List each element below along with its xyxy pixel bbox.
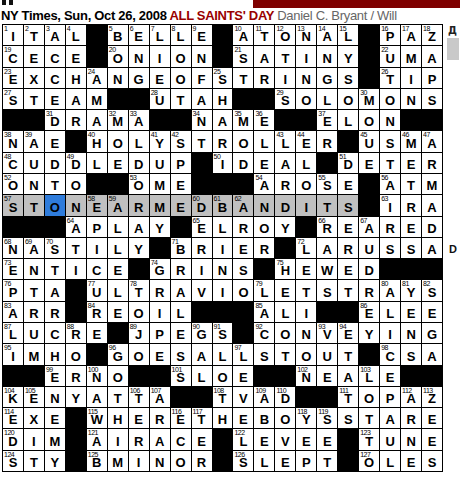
cell-r13c7[interactable]: 78T bbox=[129, 280, 149, 300]
cell-r15c18[interactable]: Y bbox=[359, 323, 379, 343]
cell-r8c13[interactable]: 54A bbox=[254, 174, 274, 194]
cell-r14c15[interactable]: I bbox=[296, 302, 316, 322]
cell-r16c19[interactable]: 98C bbox=[380, 344, 400, 364]
cell-r14c14[interactable]: L bbox=[275, 302, 295, 322]
cell-r1c17[interactable]: 15L bbox=[338, 25, 358, 45]
cell-r10c21[interactable]: D bbox=[422, 217, 442, 237]
cell-r16c9[interactable]: S bbox=[171, 344, 191, 364]
cell-r14c9[interactable]: L bbox=[171, 302, 191, 322]
cell-r5c18[interactable]: O bbox=[359, 110, 379, 130]
cell-r11c5[interactable]: I bbox=[87, 238, 107, 258]
cell-r10c6[interactable]: L bbox=[108, 217, 128, 237]
cell-r5c3[interactable]: 31D bbox=[45, 110, 65, 130]
cell-r17c6[interactable]: O bbox=[108, 366, 128, 386]
cell-r1c13[interactable]: 11T bbox=[254, 25, 274, 45]
cell-r15c20[interactable]: N bbox=[401, 323, 421, 343]
cell-r21c6[interactable]: M bbox=[108, 451, 128, 471]
cell-r14c21[interactable]: E bbox=[422, 302, 442, 322]
cell-r10c14[interactable]: Y bbox=[275, 217, 295, 237]
cell-r13c9[interactable]: A bbox=[171, 280, 191, 300]
cell-r6c1[interactable]: 38N bbox=[3, 131, 23, 151]
cell-r3c9[interactable]: O bbox=[171, 68, 191, 88]
cell-r14c7[interactable]: O bbox=[129, 302, 149, 322]
cell-r21c10[interactable]: R bbox=[192, 451, 212, 471]
cell-r4c2[interactable]: T bbox=[24, 89, 44, 109]
cell-r13c6[interactable]: L bbox=[108, 280, 128, 300]
cell-r11c11[interactable]: I bbox=[213, 238, 233, 258]
cell-r14c6[interactable]: E bbox=[108, 302, 128, 322]
cell-r20c9[interactable]: C bbox=[171, 429, 191, 449]
cell-r6c7[interactable]: L bbox=[129, 131, 149, 151]
cell-r4c16[interactable]: L bbox=[317, 89, 337, 109]
cell-r16c13[interactable]: S bbox=[254, 344, 274, 364]
cell-r3c7[interactable]: G bbox=[129, 68, 149, 88]
cell-r15c8[interactable]: P bbox=[150, 323, 170, 343]
cell-r14c18[interactable]: 86E bbox=[359, 302, 379, 322]
cell-r16c14[interactable]: T bbox=[275, 344, 295, 364]
cell-r2c10[interactable]: N bbox=[192, 46, 212, 66]
cell-r12c4[interactable]: I bbox=[66, 259, 86, 279]
cell-r14c3[interactable]: R bbox=[45, 302, 65, 322]
cell-r3c13[interactable]: R bbox=[254, 68, 274, 88]
cell-r17c10[interactable]: L bbox=[192, 366, 212, 386]
cell-r14c19[interactable]: L bbox=[380, 302, 400, 322]
cell-r15c19[interactable]: I bbox=[380, 323, 400, 343]
cell-r18c2[interactable]: 105E bbox=[24, 387, 44, 407]
cell-r14c20[interactable]: E bbox=[401, 302, 421, 322]
cell-r20c12[interactable]: 122L bbox=[233, 429, 253, 449]
cell-r5c11[interactable]: A bbox=[213, 110, 233, 130]
cell-r9c10[interactable]: 60D bbox=[192, 195, 212, 215]
cell-r8c1[interactable]: 52O bbox=[3, 174, 23, 194]
cell-r12c17[interactable]: E bbox=[338, 259, 358, 279]
cell-r2c13[interactable]: A bbox=[254, 46, 274, 66]
cell-r7c7[interactable]: D bbox=[129, 153, 149, 173]
cell-r13c5[interactable]: 77U bbox=[87, 280, 107, 300]
cell-r7c3[interactable]: D bbox=[45, 153, 65, 173]
cell-r9c8[interactable]: M bbox=[150, 195, 170, 215]
cell-r4c15[interactable]: O bbox=[296, 89, 316, 109]
cell-r20c13[interactable]: E bbox=[254, 429, 274, 449]
cell-r12c16[interactable]: W bbox=[317, 259, 337, 279]
cell-r11c4[interactable]: T bbox=[66, 238, 86, 258]
cell-r1c1[interactable]: 1I bbox=[3, 25, 23, 45]
cell-r17c3[interactable]: 99E bbox=[45, 366, 65, 386]
cell-r12c14[interactable]: 75H bbox=[275, 259, 295, 279]
cell-r21c8[interactable]: N bbox=[150, 451, 170, 471]
cell-r4c20[interactable]: N bbox=[401, 89, 421, 109]
cell-r15c9[interactable]: E bbox=[171, 323, 191, 343]
cell-r19c6[interactable]: H bbox=[108, 408, 128, 428]
cell-r21c2[interactable]: T bbox=[24, 451, 44, 471]
cell-r2c9[interactable]: O bbox=[171, 46, 191, 66]
cell-r6c5[interactable]: 40H bbox=[87, 131, 107, 151]
cell-r4c17[interactable]: O bbox=[338, 89, 358, 109]
cell-r2c7[interactable]: N bbox=[129, 46, 149, 66]
cell-r20c1[interactable]: 120D bbox=[3, 429, 23, 449]
cell-r1c6[interactable]: 5B bbox=[108, 25, 128, 45]
cell-r12c8[interactable]: 74G bbox=[150, 259, 170, 279]
cell-r21c1[interactable]: 124S bbox=[3, 451, 23, 471]
cell-r10c5[interactable]: P bbox=[87, 217, 107, 237]
cell-r7c12[interactable]: D bbox=[233, 153, 253, 173]
cell-r6c19[interactable]: S bbox=[380, 131, 400, 151]
cell-r6c14[interactable]: 43L bbox=[275, 131, 295, 151]
cell-r10c20[interactable]: E bbox=[401, 217, 421, 237]
cell-r1c10[interactable]: 9E bbox=[192, 25, 212, 45]
cell-r19c19[interactable]: A bbox=[380, 408, 400, 428]
cell-r2c19[interactable]: 22U bbox=[380, 46, 400, 66]
cell-r21c19[interactable]: L bbox=[380, 451, 400, 471]
cell-r3c12[interactable]: T bbox=[233, 68, 253, 88]
cell-r10c11[interactable]: L bbox=[213, 217, 233, 237]
cell-r1c15[interactable]: 13N bbox=[296, 25, 316, 45]
cell-r12c9[interactable]: R bbox=[171, 259, 191, 279]
cell-r16c10[interactable]: A bbox=[192, 344, 212, 364]
cell-r4c14[interactable]: 29S bbox=[275, 89, 295, 109]
cell-r21c18[interactable]: 127O bbox=[359, 451, 379, 471]
cell-r20c16[interactable]: E bbox=[317, 429, 337, 449]
cell-r1c8[interactable]: 7L bbox=[150, 25, 170, 45]
cell-r3c20[interactable]: I bbox=[401, 68, 421, 88]
cell-r20c20[interactable]: N bbox=[401, 429, 421, 449]
cell-r9c9[interactable]: E bbox=[171, 195, 191, 215]
cell-r20c3[interactable]: M bbox=[45, 429, 65, 449]
cell-r13c21[interactable]: 82S bbox=[422, 280, 442, 300]
cell-r12c2[interactable]: N bbox=[24, 259, 44, 279]
cell-r19c11[interactable]: H bbox=[213, 408, 233, 428]
cell-r7c4[interactable]: 49D bbox=[66, 153, 86, 173]
cell-r8c17[interactable]: E bbox=[338, 174, 358, 194]
cell-r17c12[interactable]: E bbox=[233, 366, 253, 386]
cell-r18c18[interactable]: O bbox=[359, 387, 379, 407]
cell-r20c6[interactable]: I bbox=[108, 429, 128, 449]
cell-r2c15[interactable]: I bbox=[296, 46, 316, 66]
cell-r21c20[interactable]: E bbox=[401, 451, 421, 471]
cell-r19c16[interactable]: 119S bbox=[317, 408, 337, 428]
cell-r18c5[interactable]: A bbox=[87, 387, 107, 407]
cell-r15c16[interactable]: 93V bbox=[317, 323, 337, 343]
cell-r19c7[interactable]: E bbox=[129, 408, 149, 428]
cell-r4c5[interactable]: M bbox=[87, 89, 107, 109]
cell-r2c20[interactable]: M bbox=[401, 46, 421, 66]
cell-r1c21[interactable]: 18Z bbox=[422, 25, 442, 45]
cell-r19c10[interactable]: 117T bbox=[192, 408, 212, 428]
cell-r2c16[interactable]: N bbox=[317, 46, 337, 66]
cell-r15c7[interactable]: 89J bbox=[129, 323, 149, 343]
cell-r13c3[interactable]: A bbox=[45, 280, 65, 300]
cell-r3c19[interactable]: 26T bbox=[380, 68, 400, 88]
cell-r10c4[interactable]: 64A bbox=[66, 217, 86, 237]
cell-r8c14[interactable]: R bbox=[275, 174, 295, 194]
cell-r3c6[interactable]: N bbox=[108, 68, 128, 88]
cell-r20c19[interactable]: U bbox=[380, 429, 400, 449]
cell-r20c14[interactable]: V bbox=[275, 429, 295, 449]
cell-r6c20[interactable]: 46M bbox=[401, 131, 421, 151]
cell-r6c2[interactable]: 39A bbox=[24, 131, 44, 151]
cell-r19c13[interactable]: B bbox=[254, 408, 274, 428]
cell-r3c21[interactable]: P bbox=[422, 68, 442, 88]
cell-r17c19[interactable]: E bbox=[380, 366, 400, 386]
cell-r7c14[interactable]: A bbox=[275, 153, 295, 173]
cell-r2c14[interactable]: T bbox=[275, 46, 295, 66]
cell-r14c5[interactable]: 84R bbox=[87, 302, 107, 322]
cell-r16c8[interactable]: E bbox=[150, 344, 170, 364]
cell-r1c3[interactable]: 3A bbox=[45, 25, 65, 45]
cell-r18c21[interactable]: 113Z bbox=[422, 387, 442, 407]
cell-r21c5[interactable]: 125B bbox=[87, 451, 107, 471]
cell-r1c4[interactable]: 4L bbox=[66, 25, 86, 45]
cell-r7c21[interactable]: R bbox=[422, 153, 442, 173]
cell-r19c8[interactable]: R bbox=[150, 408, 170, 428]
cell-r16c20[interactable]: S bbox=[401, 344, 421, 364]
cell-r3c14[interactable]: I bbox=[275, 68, 295, 88]
cell-r17c16[interactable]: E bbox=[317, 366, 337, 386]
cell-r10c8[interactable]: Y bbox=[150, 217, 170, 237]
cell-r5c5[interactable]: A bbox=[87, 110, 107, 130]
cell-r7c15[interactable]: L bbox=[296, 153, 316, 173]
cell-r8c8[interactable]: M bbox=[150, 174, 170, 194]
cell-r9c1[interactable]: 57S bbox=[3, 195, 23, 215]
cell-r13c11[interactable]: I bbox=[213, 280, 233, 300]
cell-r14c8[interactable]: I bbox=[150, 302, 170, 322]
cell-r1c20[interactable]: 17A bbox=[401, 25, 421, 45]
cell-r19c20[interactable]: R bbox=[401, 408, 421, 428]
cell-r16c7[interactable]: O bbox=[129, 344, 149, 364]
cell-r4c9[interactable]: T bbox=[171, 89, 191, 109]
cell-r13c10[interactable]: V bbox=[192, 280, 212, 300]
cell-r10c19[interactable]: R bbox=[380, 217, 400, 237]
cell-r18c3[interactable]: N bbox=[45, 387, 65, 407]
cell-r11c13[interactable]: R bbox=[254, 238, 274, 258]
cell-r18c7[interactable]: 106T bbox=[129, 387, 149, 407]
cell-r16c6[interactable]: 96G bbox=[108, 344, 128, 364]
cell-r13c1[interactable]: 76P bbox=[3, 280, 23, 300]
cell-r3c11[interactable]: 25S bbox=[213, 68, 233, 88]
cell-r12c18[interactable]: D bbox=[359, 259, 379, 279]
cell-r18c1[interactable]: 104K bbox=[3, 387, 23, 407]
cell-r1c2[interactable]: 2T bbox=[24, 25, 44, 45]
cell-r18c20[interactable]: 112A bbox=[401, 387, 421, 407]
cell-r10c10[interactable]: 65E bbox=[192, 217, 212, 237]
cell-r4c10[interactable]: A bbox=[192, 89, 212, 109]
cell-r12c5[interactable]: C bbox=[87, 259, 107, 279]
cell-r16c16[interactable]: U bbox=[317, 344, 337, 364]
cell-r11c20[interactable]: S bbox=[401, 238, 421, 258]
cell-r6c13[interactable]: L bbox=[254, 131, 274, 151]
cell-r7c18[interactable]: E bbox=[359, 153, 379, 173]
cell-r15c1[interactable]: 87L bbox=[3, 323, 23, 343]
cell-r8c16[interactable]: 55S bbox=[317, 174, 337, 194]
cell-r8c3[interactable]: T bbox=[45, 174, 65, 194]
cell-r12c15[interactable]: E bbox=[296, 259, 316, 279]
cell-r2c12[interactable]: 21S bbox=[233, 46, 253, 66]
cell-r4c1[interactable]: 27S bbox=[3, 89, 23, 109]
cell-r3c15[interactable]: N bbox=[296, 68, 316, 88]
cell-r4c21[interactable]: S bbox=[422, 89, 442, 109]
cell-r19c21[interactable]: E bbox=[422, 408, 442, 428]
cell-r18c17[interactable]: 111T bbox=[338, 387, 358, 407]
cell-r11c17[interactable]: R bbox=[338, 238, 358, 258]
cell-r16c11[interactable]: L bbox=[213, 344, 233, 364]
cell-r19c14[interactable]: O bbox=[275, 408, 295, 428]
cell-r15c5[interactable]: E bbox=[87, 323, 107, 343]
cell-r3c10[interactable]: F bbox=[192, 68, 212, 88]
cell-r8c7[interactable]: 53O bbox=[129, 174, 149, 194]
cell-r15c4[interactable]: 88R bbox=[66, 323, 86, 343]
cell-r21c21[interactable]: S bbox=[422, 451, 442, 471]
cell-r7c17[interactable]: 51D bbox=[338, 153, 358, 173]
cell-r11c1[interactable]: 68N bbox=[3, 238, 23, 258]
cell-r14c1[interactable]: 83A bbox=[3, 302, 23, 322]
cell-r17c9[interactable]: 101S bbox=[171, 366, 191, 386]
cell-r2c2[interactable]: E bbox=[24, 46, 44, 66]
cell-r13c8[interactable]: R bbox=[150, 280, 170, 300]
cell-r7c5[interactable]: L bbox=[87, 153, 107, 173]
cell-r16c12[interactable]: 97L bbox=[233, 344, 253, 364]
cell-r13c16[interactable]: S bbox=[317, 280, 337, 300]
cell-r1c12[interactable]: 10A bbox=[233, 25, 253, 45]
cell-r19c15[interactable]: 118Y bbox=[296, 408, 316, 428]
cell-r13c20[interactable]: 81Y bbox=[401, 280, 421, 300]
cell-r5c6[interactable]: 32M bbox=[108, 110, 128, 130]
cell-r7c8[interactable]: U bbox=[150, 153, 170, 173]
cell-r21c13[interactable]: L bbox=[254, 451, 274, 471]
cell-r18c13[interactable]: 109A bbox=[254, 387, 274, 407]
cell-r3c8[interactable]: E bbox=[150, 68, 170, 88]
cell-r13c17[interactable]: T bbox=[338, 280, 358, 300]
cell-r11c7[interactable]: Y bbox=[129, 238, 149, 258]
cell-r1c19[interactable]: 16P bbox=[380, 25, 400, 45]
cell-r9c20[interactable]: R bbox=[401, 195, 421, 215]
cell-r21c7[interactable]: I bbox=[129, 451, 149, 471]
cell-r15c15[interactable]: N bbox=[296, 323, 316, 343]
cell-r13c19[interactable]: 80A bbox=[380, 280, 400, 300]
cell-r6c11[interactable]: R bbox=[213, 131, 233, 151]
cell-r2c8[interactable]: I bbox=[150, 46, 170, 66]
cell-r2c3[interactable]: C bbox=[45, 46, 65, 66]
cell-r5c16[interactable]: 37E bbox=[317, 110, 337, 130]
cell-r11c9[interactable]: 71B bbox=[171, 238, 191, 258]
cell-r2c1[interactable]: 19C bbox=[3, 46, 23, 66]
cell-r10c12[interactable]: R bbox=[233, 217, 253, 237]
cell-r20c5[interactable]: 121A bbox=[87, 429, 107, 449]
cell-r11c2[interactable]: 69A bbox=[24, 238, 44, 258]
cell-r20c8[interactable]: A bbox=[150, 429, 170, 449]
cell-r7c11[interactable]: 50I bbox=[213, 153, 233, 173]
cell-r5c7[interactable]: 33A bbox=[129, 110, 149, 130]
cell-r4c11[interactable]: H bbox=[213, 89, 233, 109]
cell-r11c21[interactable]: A bbox=[422, 238, 442, 258]
cell-r18c19[interactable]: P bbox=[380, 387, 400, 407]
cell-r9c16[interactable]: T bbox=[317, 195, 337, 215]
cell-r9c19[interactable]: 63I bbox=[380, 195, 400, 215]
cell-r9c5[interactable]: 58E bbox=[87, 195, 107, 215]
cell-r12c11[interactable]: N bbox=[213, 259, 233, 279]
cell-r20c7[interactable]: R bbox=[129, 429, 149, 449]
cell-r1c7[interactable]: 6E bbox=[129, 25, 149, 45]
cell-r20c21[interactable]: E bbox=[422, 429, 442, 449]
cell-r17c11[interactable]: O bbox=[213, 366, 233, 386]
cell-r21c16[interactable]: T bbox=[317, 451, 337, 471]
cell-r2c21[interactable]: A bbox=[422, 46, 442, 66]
cell-r15c11[interactable]: 91S bbox=[213, 323, 233, 343]
cell-r15c14[interactable]: O bbox=[275, 323, 295, 343]
cell-r8c4[interactable]: O bbox=[66, 174, 86, 194]
cell-r3c1[interactable]: 23E bbox=[3, 68, 23, 88]
cell-r14c2[interactable]: R bbox=[24, 302, 44, 322]
cell-r19c5[interactable]: 115W bbox=[87, 408, 107, 428]
cell-r2c17[interactable]: Y bbox=[338, 46, 358, 66]
cell-r16c21[interactable]: A bbox=[422, 344, 442, 364]
cell-r5c13[interactable]: 36E bbox=[254, 110, 274, 130]
cell-r9c6[interactable]: 59A bbox=[108, 195, 128, 215]
cell-r8c21[interactable]: M bbox=[422, 174, 442, 194]
cell-r4c3[interactable]: E bbox=[45, 89, 65, 109]
cell-r13c18[interactable]: R bbox=[359, 280, 379, 300]
cell-r16c2[interactable]: M bbox=[24, 344, 44, 364]
cell-r11c6[interactable]: L bbox=[108, 238, 128, 258]
cell-r11c12[interactable]: E bbox=[233, 238, 253, 258]
cell-r18c6[interactable]: T bbox=[108, 387, 128, 407]
cell-r12c10[interactable]: I bbox=[192, 259, 212, 279]
cell-r9c17[interactable]: S bbox=[338, 195, 358, 215]
cell-r11c16[interactable]: A bbox=[317, 238, 337, 258]
cell-r6c6[interactable]: O bbox=[108, 131, 128, 151]
cell-r16c3[interactable]: H bbox=[45, 344, 65, 364]
cell-r4c8[interactable]: 28U bbox=[150, 89, 170, 109]
cell-r18c14[interactable]: 110D bbox=[275, 387, 295, 407]
cell-r3c17[interactable]: S bbox=[338, 68, 358, 88]
cell-r13c14[interactable]: E bbox=[275, 280, 295, 300]
cell-r6c18[interactable]: 45U bbox=[359, 131, 379, 151]
cell-r9c7[interactable]: R bbox=[129, 195, 149, 215]
cell-r5c17[interactable]: L bbox=[338, 110, 358, 130]
cell-r7c1[interactable]: 48C bbox=[3, 153, 23, 173]
cell-r19c18[interactable]: T bbox=[359, 408, 379, 428]
cell-r9c4[interactable]: N bbox=[66, 195, 86, 215]
cell-r16c1[interactable]: 95I bbox=[3, 344, 23, 364]
cell-r1c9[interactable]: 8L bbox=[171, 25, 191, 45]
cell-r9c21[interactable]: A bbox=[422, 195, 442, 215]
cell-r11c10[interactable]: R bbox=[192, 238, 212, 258]
cell-r3c3[interactable]: C bbox=[45, 68, 65, 88]
cell-r3c4[interactable]: H bbox=[66, 68, 86, 88]
cell-r7c2[interactable]: U bbox=[24, 153, 44, 173]
cell-r9c13[interactable]: N bbox=[254, 195, 274, 215]
cell-r9c3[interactable]: O bbox=[45, 195, 65, 215]
cell-r6c21[interactable]: 47A bbox=[422, 131, 442, 151]
cell-r15c10[interactable]: 90G bbox=[192, 323, 212, 343]
cell-r7c19[interactable]: T bbox=[380, 153, 400, 173]
cell-r15c21[interactable]: G bbox=[422, 323, 442, 343]
cell-r6c3[interactable]: E bbox=[45, 131, 65, 151]
cell-r9c11[interactable]: 61B bbox=[213, 195, 233, 215]
cell-r16c4[interactable]: O bbox=[66, 344, 86, 364]
cell-r3c5[interactable]: 24A bbox=[87, 68, 107, 88]
cell-r11c18[interactable]: U bbox=[359, 238, 379, 258]
cell-r20c15[interactable]: E bbox=[296, 429, 316, 449]
cell-r20c10[interactable]: E bbox=[192, 429, 212, 449]
cell-r15c2[interactable]: U bbox=[24, 323, 44, 343]
cell-r8c2[interactable]: N bbox=[24, 174, 44, 194]
cell-r10c17[interactable]: E bbox=[338, 217, 358, 237]
cell-r20c2[interactable]: I bbox=[24, 429, 44, 449]
cell-r12c6[interactable]: E bbox=[108, 259, 128, 279]
cell-r17c4[interactable]: R bbox=[66, 366, 86, 386]
cell-r12c1[interactable]: 73E bbox=[3, 259, 23, 279]
cell-r1c16[interactable]: 14A bbox=[317, 25, 337, 45]
